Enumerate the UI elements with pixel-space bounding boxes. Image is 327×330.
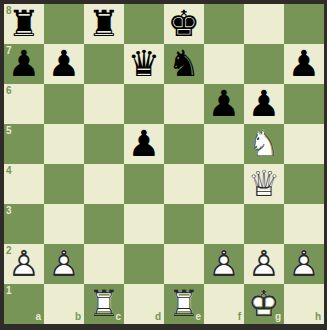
square-e8[interactable]: ♚ <box>164 4 204 44</box>
square-f5[interactable] <box>204 124 244 164</box>
square-c2[interactable] <box>84 244 124 284</box>
black-pawn-icon: ♟ <box>288 44 320 84</box>
piece-black-pawn[interactable]: ♟ <box>124 124 164 164</box>
square-f8[interactable] <box>204 4 244 44</box>
square-h6[interactable] <box>284 84 324 124</box>
square-d8[interactable] <box>124 4 164 44</box>
square-d7[interactable]: ♛ <box>124 44 164 84</box>
white-pawn-outline-icon: ♙ <box>44 244 84 284</box>
square-g1[interactable]: g♚♔ <box>244 284 284 324</box>
square-f3[interactable] <box>204 204 244 244</box>
square-h5[interactable] <box>284 124 324 164</box>
square-a6[interactable]: 6 <box>4 84 44 124</box>
piece-black-pawn[interactable]: ♟ <box>244 84 284 124</box>
square-g2[interactable]: ♟♙ <box>244 244 284 284</box>
piece-black-queen[interactable]: ♛ <box>124 44 164 84</box>
rank-label-4: 4 <box>6 166 12 176</box>
square-g5[interactable]: ♞♘ <box>244 124 284 164</box>
square-h4[interactable] <box>284 164 324 204</box>
square-b5[interactable] <box>44 124 84 164</box>
rank-label-6: 6 <box>6 86 12 96</box>
square-f2[interactable]: ♟♙ <box>204 244 244 284</box>
white-rook-outline-icon: ♖ <box>164 284 204 324</box>
square-d4[interactable] <box>124 164 164 204</box>
square-c6[interactable] <box>84 84 124 124</box>
white-king-outline-icon: ♔ <box>244 284 284 324</box>
black-knight-icon: ♞ <box>168 44 200 84</box>
square-a1[interactable]: 1a <box>4 284 44 324</box>
square-b3[interactable] <box>44 204 84 244</box>
square-h2[interactable]: ♟♙ <box>284 244 324 284</box>
white-knight-outline-icon: ♘ <box>244 124 284 164</box>
black-rook-icon: ♜ <box>8 4 40 44</box>
square-c3[interactable] <box>84 204 124 244</box>
square-g7[interactable] <box>244 44 284 84</box>
square-g4[interactable]: ♛♕ <box>244 164 284 204</box>
file-label-a: a <box>35 312 41 322</box>
black-queen-icon: ♛ <box>128 44 160 84</box>
piece-black-pawn[interactable]: ♟ <box>44 44 84 84</box>
square-h3[interactable] <box>284 204 324 244</box>
square-d2[interactable] <box>124 244 164 284</box>
square-e4[interactable] <box>164 164 204 204</box>
square-e6[interactable] <box>164 84 204 124</box>
white-pawn-outline-icon: ♙ <box>244 244 284 284</box>
square-a5[interactable]: 5 <box>4 124 44 164</box>
square-b2[interactable]: ♟♙ <box>44 244 84 284</box>
square-e2[interactable] <box>164 244 204 284</box>
black-pawn-icon: ♟ <box>248 84 280 124</box>
piece-white-pawn[interactable]: ♟♙ <box>284 244 324 284</box>
chess-board: 8♜♜♚7♟♟♛♞♟6♟♟5♟♞♘4♛♕32♟♙♟♙♟♙♟♙♟♙1abc♜♖de… <box>4 4 324 324</box>
rank-label-5: 5 <box>6 126 12 136</box>
white-pawn-outline-icon: ♙ <box>204 244 244 284</box>
black-pawn-icon: ♟ <box>128 124 160 164</box>
piece-white-pawn[interactable]: ♟♙ <box>204 244 244 284</box>
square-b8[interactable] <box>44 4 84 44</box>
square-a2[interactable]: 2♟♙ <box>4 244 44 284</box>
square-e5[interactable] <box>164 124 204 164</box>
white-pawn-outline-icon: ♙ <box>4 244 44 284</box>
square-a4[interactable]: 4 <box>4 164 44 204</box>
piece-white-pawn[interactable]: ♟♙ <box>244 244 284 284</box>
square-e1[interactable]: e♜♖ <box>164 284 204 324</box>
square-g3[interactable] <box>244 204 284 244</box>
black-king-icon: ♚ <box>168 4 200 44</box>
square-a7[interactable]: 7♟ <box>4 44 44 84</box>
file-label-b: b <box>75 312 81 322</box>
square-d5[interactable]: ♟ <box>124 124 164 164</box>
square-f4[interactable] <box>204 164 244 204</box>
square-b4[interactable] <box>44 164 84 204</box>
square-d1[interactable]: d <box>124 284 164 324</box>
square-e7[interactable]: ♞ <box>164 44 204 84</box>
square-c4[interactable] <box>84 164 124 204</box>
piece-white-king[interactable]: ♚♔ <box>244 284 284 324</box>
white-queen-outline-icon: ♕ <box>244 164 284 204</box>
piece-black-pawn[interactable]: ♟ <box>204 84 244 124</box>
square-d6[interactable] <box>124 84 164 124</box>
square-b1[interactable]: b <box>44 284 84 324</box>
square-a3[interactable]: 3 <box>4 204 44 244</box>
piece-white-pawn[interactable]: ♟♙ <box>44 244 84 284</box>
square-d3[interactable] <box>124 204 164 244</box>
square-h8[interactable] <box>284 4 324 44</box>
piece-black-pawn[interactable]: ♟ <box>4 44 44 84</box>
file-label-f: f <box>238 312 241 322</box>
piece-white-knight[interactable]: ♞♘ <box>244 124 284 164</box>
square-f7[interactable] <box>204 44 244 84</box>
white-pawn-outline-icon: ♙ <box>284 244 324 284</box>
file-label-d: d <box>155 312 161 322</box>
square-c1[interactable]: c♜♖ <box>84 284 124 324</box>
piece-white-rook[interactable]: ♜♖ <box>84 284 124 324</box>
piece-black-rook[interactable]: ♜ <box>84 4 124 44</box>
square-g6[interactable]: ♟ <box>244 84 284 124</box>
black-pawn-icon: ♟ <box>208 84 240 124</box>
piece-black-rook[interactable]: ♜ <box>4 4 44 44</box>
rank-label-1: 1 <box>6 286 12 296</box>
square-a8[interactable]: 8♜ <box>4 4 44 44</box>
square-e3[interactable] <box>164 204 204 244</box>
square-h7[interactable]: ♟ <box>284 44 324 84</box>
square-b6[interactable] <box>44 84 84 124</box>
square-b7[interactable]: ♟ <box>44 44 84 84</box>
square-f1[interactable]: f <box>204 284 244 324</box>
file-label-h: h <box>315 312 321 322</box>
black-pawn-icon: ♟ <box>48 44 80 84</box>
square-h1[interactable]: h <box>284 284 324 324</box>
rank-label-3: 3 <box>6 206 12 216</box>
square-g8[interactable] <box>244 4 284 44</box>
piece-black-knight[interactable]: ♞ <box>164 44 204 84</box>
black-pawn-icon: ♟ <box>8 44 40 84</box>
white-rook-outline-icon: ♖ <box>84 284 124 324</box>
piece-white-rook[interactable]: ♜♖ <box>164 284 204 324</box>
square-c7[interactable] <box>84 44 124 84</box>
square-f6[interactable]: ♟ <box>204 84 244 124</box>
square-c8[interactable]: ♜ <box>84 4 124 44</box>
board-frame: 8♜♜♚7♟♟♛♞♟6♟♟5♟♞♘4♛♕32♟♙♟♙♟♙♟♙♟♙1abc♜♖de… <box>0 0 327 330</box>
piece-black-king[interactable]: ♚ <box>164 4 204 44</box>
piece-white-queen[interactable]: ♛♕ <box>244 164 284 204</box>
square-c5[interactable] <box>84 124 124 164</box>
piece-white-pawn[interactable]: ♟♙ <box>4 244 44 284</box>
black-rook-icon: ♜ <box>88 4 120 44</box>
piece-black-pawn[interactable]: ♟ <box>284 44 324 84</box>
